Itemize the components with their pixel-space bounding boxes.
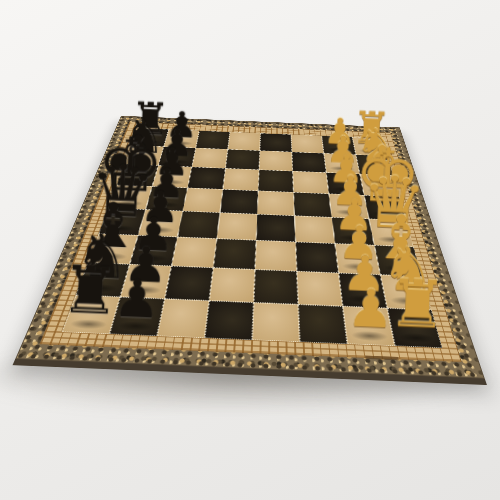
square-d3[interactable] (294, 216, 334, 244)
square-d4[interactable] (256, 214, 295, 242)
square-e6[interactable] (183, 188, 223, 213)
square-e3[interactable] (293, 192, 331, 217)
square-d6[interactable] (177, 211, 220, 239)
square-h6[interactable] (196, 131, 230, 150)
square-a3[interactable] (298, 304, 347, 344)
square-g7[interactable] (158, 147, 196, 167)
square-d2[interactable] (332, 217, 375, 245)
square-g5[interactable] (225, 149, 259, 169)
square-a5[interactable] (205, 301, 254, 340)
square-h1[interactable] (352, 137, 388, 156)
square-d5[interactable] (217, 213, 257, 241)
board-tilt-wrapper: ♜♟♟♜♞♟♟♞♝♟♟♝♚♟♟♚♛♟♟♛♝♟♟♝♞♟♟♞♜♟♟♜ (0, 0, 500, 500)
square-d7[interactable] (138, 210, 183, 237)
square-c7[interactable] (130, 235, 178, 266)
perspective-scene: ♜♟♟♜♞♟♟♞♝♟♟♝♚♟♟♚♛♟♟♛♝♟♟♝♞♟♟♞♜♟♟♜ (15, 0, 500, 379)
square-f3[interactable] (293, 171, 329, 194)
square-g6[interactable] (192, 148, 228, 168)
square-e2[interactable] (329, 194, 369, 219)
square-f1[interactable] (360, 174, 400, 197)
square-b6[interactable] (165, 266, 214, 301)
square-g4[interactable] (259, 151, 293, 172)
square-d1[interactable] (369, 219, 414, 247)
square-h8[interactable] (132, 128, 169, 147)
chess-board: ♜♟♟♜♞♟♟♞♝♟♟♝♚♟♟♚♛♟♟♛♝♟♟♝♞♟♟♞♜♟♟♜ (15, 116, 485, 379)
square-e1[interactable] (364, 195, 406, 220)
square-b7[interactable] (120, 264, 171, 299)
square-h2[interactable] (322, 136, 356, 155)
square-e5[interactable] (220, 189, 258, 214)
square-h7[interactable] (164, 129, 200, 148)
square-h4[interactable] (260, 133, 292, 152)
square-c2[interactable] (335, 244, 380, 275)
square-g3[interactable] (292, 152, 326, 173)
square-f2[interactable] (326, 173, 364, 196)
square-f4[interactable] (258, 170, 293, 193)
square-h3[interactable] (291, 135, 324, 154)
square-c4[interactable] (255, 240, 297, 271)
square-a4[interactable] (252, 303, 300, 343)
square-f7[interactable] (152, 166, 192, 188)
square-a6[interactable] (157, 299, 209, 338)
square-g2[interactable] (324, 153, 360, 174)
square-b2[interactable] (339, 273, 388, 308)
square-c6[interactable] (171, 237, 216, 268)
square-b4[interactable] (254, 269, 299, 304)
square-f6[interactable] (188, 167, 226, 189)
square-g1[interactable] (356, 155, 394, 176)
square-e7[interactable] (145, 186, 187, 211)
square-b5[interactable] (209, 268, 255, 303)
photo-background: ♜♟♟♜♞♟♟♞♝♟♟♝♚♟♟♚♛♟♟♛♝♟♟♝♞♟♟♞♜♟♟♜ (0, 0, 500, 500)
square-f5[interactable] (223, 168, 259, 190)
square-e4[interactable] (257, 191, 294, 216)
square-a7[interactable] (109, 297, 164, 336)
square-h5[interactable] (228, 132, 261, 151)
square-c5[interactable] (213, 239, 256, 270)
square-c3[interactable] (296, 242, 339, 273)
square-b3[interactable] (297, 271, 343, 306)
